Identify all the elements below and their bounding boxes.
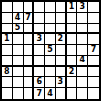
sudoku-cell-r7c9[interactable]	[88, 67, 99, 78]
sudoku-cell-r5c3[interactable]	[24, 45, 35, 56]
sudoku-cell-r6c9[interactable]	[88, 56, 99, 67]
given-digit: 5	[47, 46, 53, 54]
sudoku-cell-r4c2[interactable]	[13, 34, 24, 45]
sudoku-cell-r7c8[interactable]	[77, 67, 88, 78]
sudoku-cell-r4c8[interactable]	[77, 34, 88, 45]
sudoku-cell-r1c4[interactable]	[34, 2, 45, 13]
sudoku-cell-r9c4[interactable]: 7	[34, 88, 45, 99]
sudoku-board: 13475132574826374	[0, 0, 101, 101]
given-digit: 2	[57, 35, 63, 43]
sudoku-cell-r1c1[interactable]	[2, 2, 13, 13]
sudoku-cell-r1c7[interactable]: 1	[67, 2, 78, 13]
sudoku-cell-r2c5[interactable]	[45, 13, 56, 24]
sudoku-cell-r3c6[interactable]	[56, 24, 67, 35]
sudoku-cell-r1c3[interactable]	[24, 2, 35, 13]
given-digit: 7	[91, 46, 97, 54]
sudoku-cell-r1c6[interactable]	[56, 2, 67, 13]
sudoku-cell-r7c6[interactable]	[56, 67, 67, 78]
sudoku-cell-r8c3[interactable]	[24, 77, 35, 88]
sudoku-cell-r1c9[interactable]	[88, 2, 99, 13]
given-digit: 6	[36, 78, 42, 86]
sudoku-cell-r8c4[interactable]: 6	[34, 77, 45, 88]
sudoku-cell-r5c1[interactable]	[2, 45, 13, 56]
sudoku-cell-r9c3[interactable]	[24, 88, 35, 99]
sudoku-cell-r2c8[interactable]	[77, 13, 88, 24]
sudoku-cell-r2c1[interactable]	[2, 13, 13, 24]
sudoku-cell-r5c2[interactable]	[13, 45, 24, 56]
sudoku-cell-r2c4[interactable]	[34, 13, 45, 24]
sudoku-cell-r9c6[interactable]	[56, 88, 67, 99]
given-digit: 5	[15, 24, 21, 32]
given-digit: 3	[36, 35, 42, 43]
sudoku-cell-r6c8[interactable]: 4	[77, 56, 88, 67]
sudoku-cell-r7c2[interactable]	[13, 67, 24, 78]
given-digit: 4	[47, 90, 53, 98]
given-digit: 1	[69, 3, 75, 11]
sudoku-cell-r1c8[interactable]: 3	[77, 2, 88, 13]
sudoku-cell-r7c1[interactable]: 8	[2, 67, 13, 78]
sudoku-cell-r6c3[interactable]	[24, 56, 35, 67]
sudoku-cell-r9c5[interactable]: 4	[45, 88, 56, 99]
given-digit: 3	[57, 78, 63, 86]
sudoku-cell-r9c7[interactable]	[67, 88, 78, 99]
sudoku-cell-r5c7[interactable]	[67, 45, 78, 56]
sudoku-cell-r4c4[interactable]: 3	[34, 34, 45, 45]
sudoku-cell-r7c7[interactable]: 2	[67, 67, 78, 78]
given-digit: 7	[25, 14, 31, 22]
sudoku-cell-r4c5[interactable]	[45, 34, 56, 45]
sudoku-cell-r9c1[interactable]	[2, 88, 13, 99]
sudoku-cell-r6c5[interactable]	[45, 56, 56, 67]
sudoku-cell-r2c3[interactable]: 7	[24, 13, 35, 24]
sudoku-cell-r8c6[interactable]: 3	[56, 77, 67, 88]
sudoku-cell-r3c2[interactable]: 5	[13, 24, 24, 35]
sudoku-cell-r5c6[interactable]	[56, 45, 67, 56]
sudoku-cell-r6c6[interactable]	[56, 56, 67, 67]
sudoku-cell-r8c7[interactable]	[67, 77, 78, 88]
sudoku-cell-r4c7[interactable]	[67, 34, 78, 45]
sudoku-cell-r5c5[interactable]: 5	[45, 45, 56, 56]
sudoku-cell-r6c2[interactable]	[13, 56, 24, 67]
sudoku-cell-r2c9[interactable]	[88, 13, 99, 24]
sudoku-cell-r3c3[interactable]	[24, 24, 35, 35]
given-digit: 4	[15, 14, 21, 22]
sudoku-cell-r8c5[interactable]	[45, 77, 56, 88]
given-digit: 4	[80, 56, 86, 64]
sudoku-cell-r3c7[interactable]	[67, 24, 78, 35]
sudoku-cell-r1c2[interactable]	[13, 2, 24, 13]
sudoku-cell-r4c6[interactable]: 2	[56, 34, 67, 45]
sudoku-cell-r3c5[interactable]	[45, 24, 56, 35]
sudoku-cell-r3c8[interactable]	[77, 24, 88, 35]
sudoku-cell-r8c1[interactable]	[2, 77, 13, 88]
sudoku-cell-r3c4[interactable]	[34, 24, 45, 35]
sudoku-cell-r7c3[interactable]	[24, 67, 35, 78]
sudoku-cell-r4c1[interactable]: 1	[2, 34, 13, 45]
sudoku-cell-r9c9[interactable]	[88, 88, 99, 99]
sudoku-cell-r2c2[interactable]: 4	[13, 13, 24, 24]
sudoku-cell-r8c9[interactable]	[88, 77, 99, 88]
given-digit: 2	[69, 68, 75, 76]
given-digit: 8	[4, 68, 10, 76]
sudoku-cell-r6c1[interactable]	[2, 56, 13, 67]
given-digit: 1	[4, 35, 10, 43]
sudoku-cell-r1c5[interactable]	[45, 2, 56, 13]
sudoku-cell-r8c2[interactable]	[13, 77, 24, 88]
sudoku-cell-r8c8[interactable]	[77, 77, 88, 88]
sudoku-cell-r5c4[interactable]	[34, 45, 45, 56]
sudoku-cell-r3c9[interactable]	[88, 24, 99, 35]
sudoku-cell-r7c5[interactable]	[45, 67, 56, 78]
given-digit: 7	[36, 90, 42, 98]
sudoku-cell-r9c2[interactable]	[13, 88, 24, 99]
sudoku-cell-r4c3[interactable]	[24, 34, 35, 45]
sudoku-cell-r4c9[interactable]	[88, 34, 99, 45]
sudoku-cell-r2c6[interactable]	[56, 13, 67, 24]
sudoku-cell-r2c7[interactable]	[67, 13, 78, 24]
sudoku-cell-r9c8[interactable]	[77, 88, 88, 99]
given-digit: 3	[80, 3, 86, 11]
sudoku-cell-r6c4[interactable]	[34, 56, 45, 67]
sudoku-cell-r5c8[interactable]	[77, 45, 88, 56]
sudoku-cell-r7c4[interactable]	[34, 67, 45, 78]
sudoku-cell-r3c1[interactable]	[2, 24, 13, 35]
sudoku-cell-r5c9[interactable]: 7	[88, 45, 99, 56]
sudoku-cell-r6c7[interactable]	[67, 56, 78, 67]
